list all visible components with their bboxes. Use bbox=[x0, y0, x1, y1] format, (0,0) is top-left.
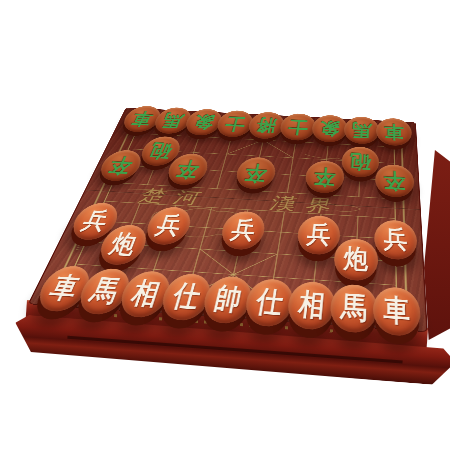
piece-glyph: 車 bbox=[376, 116, 412, 148]
piece-black-soldier[interactable]: 卒 bbox=[95, 149, 146, 182]
product-photo-stage: 楚河 漢界 車馬象士將士象馬車砲砲卒卒卒卒卒兵兵兵兵兵炮炮車馬相仕帥仕相馬車 bbox=[0, 0, 450, 450]
piece-black-soldier[interactable]: 卒 bbox=[375, 164, 415, 198]
piece-glyph: 馬 bbox=[343, 114, 380, 146]
piece-glyph: 卒 bbox=[233, 155, 278, 192]
piece-red-cannon[interactable]: 炮 bbox=[333, 238, 378, 282]
piece-glyph: 卒 bbox=[375, 162, 415, 200]
piece-black-chariot[interactable]: 車 bbox=[376, 117, 412, 146]
piece-black-cannon[interactable]: 砲 bbox=[341, 146, 380, 178]
piece-red-chariot[interactable]: 車 bbox=[373, 286, 422, 337]
pieces-layer: 車馬象士將士象馬車砲砲卒卒卒卒卒兵兵兵兵兵炮炮車馬相仕帥仕相馬車 bbox=[30, 108, 427, 331]
board-perspective-group: 楚河 漢界 車馬象士將士象馬車砲砲卒卒卒卒卒兵兵兵兵兵炮炮車馬相仕帥仕相馬車 bbox=[30, 108, 427, 331]
board-right-side-panel bbox=[424, 150, 450, 340]
piece-glyph: 卒 bbox=[94, 148, 146, 184]
xiangqi-board: 楚河 漢界 車馬象士將士象馬車砲砲卒卒卒卒卒兵兵兵兵兵炮炮車馬相仕帥仕相馬車 bbox=[30, 108, 427, 331]
piece-red-soldier[interactable]: 兵 bbox=[218, 210, 268, 250]
piece-glyph: 兵 bbox=[217, 208, 268, 253]
piece-glyph: 兵 bbox=[374, 217, 418, 263]
piece-black-horse[interactable]: 馬 bbox=[343, 116, 379, 145]
piece-black-soldier[interactable]: 卒 bbox=[304, 160, 345, 194]
piece-red-soldier[interactable]: 兵 bbox=[374, 219, 418, 261]
piece-glyph: 炮 bbox=[333, 235, 379, 284]
piece-glyph: 砲 bbox=[340, 144, 379, 180]
piece-glyph: 卒 bbox=[303, 158, 345, 196]
piece-glyph: 馬 bbox=[329, 281, 378, 338]
piece-glyph: 車 bbox=[373, 283, 422, 340]
piece-black-soldier[interactable]: 卒 bbox=[233, 157, 278, 191]
piece-red-horse[interactable]: 馬 bbox=[329, 283, 378, 334]
